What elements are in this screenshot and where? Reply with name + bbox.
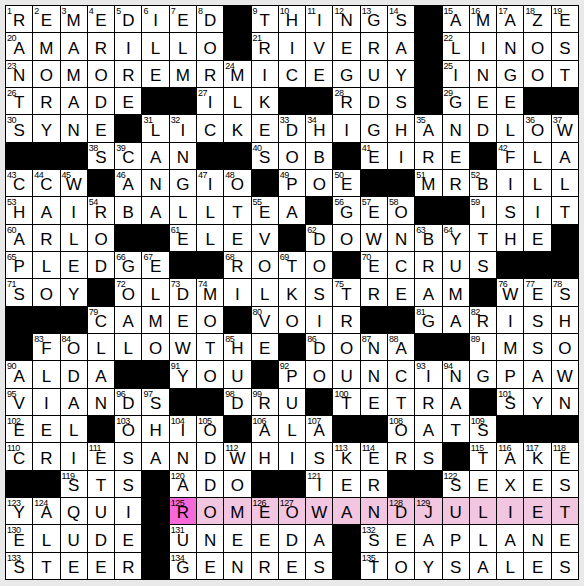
grid-cell-r7c20[interactable]: L (524, 170, 550, 196)
grid-cell-r13c6[interactable]: O (142, 334, 168, 360)
grid-cell-r12c10[interactable]: 80V (252, 307, 278, 333)
grid-cell-r4c5[interactable]: E (115, 88, 141, 114)
grid-cell-r13c7[interactable]: W (170, 334, 196, 360)
grid-cell-r5c4[interactable]: E (88, 115, 114, 141)
grid-cell-r5c21[interactable]: 37W (552, 115, 578, 141)
grid-cell-r1c21[interactable]: 19E (552, 6, 578, 32)
grid-cell-r7c17[interactable]: R (443, 170, 469, 196)
grid-cell-r8c13[interactable]: 56G (333, 197, 359, 223)
grid-cell-r7c6[interactable]: N (142, 170, 168, 196)
grid-cell-r7c13[interactable]: 50E (333, 170, 359, 196)
grid-cell-r18c20[interactable]: E (524, 471, 550, 497)
grid-cell-r12c8[interactable]: O (197, 307, 223, 333)
grid-cell-r1c5[interactable]: 5D (115, 6, 141, 32)
grid-cell-r21c16[interactable]: Y (415, 553, 441, 579)
grid-cell-r14c8[interactable]: O (197, 361, 223, 387)
grid-cell-r15c10[interactable]: 99R (252, 389, 278, 415)
grid-cell-r20c21[interactable]: E (552, 525, 578, 551)
grid-cell-r1c12[interactable]: 11I (306, 6, 332, 32)
grid-cell-r11c1[interactable]: 71S (6, 279, 32, 305)
grid-cell-r10c1[interactable]: 65P (6, 252, 32, 278)
grid-cell-r3c2[interactable]: O (33, 61, 59, 87)
grid-cell-r17c16[interactable]: S (415, 443, 441, 469)
grid-cell-r19c10[interactable]: 126E (252, 498, 278, 524)
grid-cell-r14c7[interactable]: 91Y (170, 361, 196, 387)
grid-cell-r9c10[interactable]: V (252, 225, 278, 251)
grid-cell-r5c17[interactable]: N (443, 115, 469, 141)
grid-cell-r6c7[interactable]: N (170, 143, 196, 169)
grid-cell-r14c4[interactable]: A (88, 361, 114, 387)
grid-cell-r17c6[interactable]: A (142, 443, 168, 469)
grid-cell-r10c17[interactable]: U (443, 252, 469, 278)
grid-cell-r9c1[interactable]: 60A (6, 225, 32, 251)
grid-cell-r12c6[interactable]: M (142, 307, 168, 333)
grid-cell-r11c13[interactable]: 75T (333, 279, 359, 305)
grid-cell-r13c9[interactable]: 85H (224, 334, 250, 360)
grid-cell-r20c7[interactable]: 131U (170, 525, 196, 551)
grid-cell-r21c2[interactable]: T (33, 553, 59, 579)
grid-cell-r11c12[interactable]: S (306, 279, 332, 305)
grid-cell-r16c8[interactable]: 105O (197, 416, 223, 442)
grid-cell-r8c1[interactable]: 53H (6, 197, 32, 223)
grid-cell-r20c3[interactable]: U (61, 525, 87, 551)
grid-cell-r14c2[interactable]: L (33, 361, 59, 387)
grid-cell-r17c18[interactable]: 115T (470, 443, 496, 469)
grid-cell-r16c5[interactable]: 103O (115, 416, 141, 442)
grid-cell-r9c8[interactable]: L (197, 225, 223, 251)
grid-cell-r15c21[interactable]: N (552, 389, 578, 415)
grid-cell-r21c10[interactable]: R (252, 553, 278, 579)
grid-cell-r21c8[interactable]: E (197, 553, 223, 579)
grid-cell-r12c16[interactable]: 81G (415, 307, 441, 333)
grid-cell-r11c9[interactable]: I (224, 279, 250, 305)
grid-cell-r4c3[interactable]: A (61, 88, 87, 114)
grid-cell-r5c10[interactable]: E (252, 115, 278, 141)
grid-cell-r7c1[interactable]: 43C (6, 170, 32, 196)
grid-cell-r18c13[interactable]: E (333, 471, 359, 497)
grid-cell-r8c11[interactable]: A (279, 197, 305, 223)
grid-cell-r15c19[interactable]: 101S (497, 389, 523, 415)
grid-cell-r14c15[interactable]: C (388, 361, 414, 387)
grid-cell-r9c9[interactable]: E (224, 225, 250, 251)
grid-cell-r7c12[interactable]: O (306, 170, 332, 196)
grid-cell-r9c16[interactable]: 63B (415, 225, 441, 251)
grid-cell-r18c8[interactable]: D (197, 471, 223, 497)
grid-cell-r14c16[interactable]: 93I (415, 361, 441, 387)
grid-cell-r1c3[interactable]: 3M (61, 6, 87, 32)
grid-cell-r1c6[interactable]: 6I (142, 6, 168, 32)
grid-cell-r21c1[interactable]: 133S (6, 553, 32, 579)
grid-cell-r6c19[interactable]: 42F (497, 143, 523, 169)
grid-cell-r20c5[interactable]: E (115, 525, 141, 551)
grid-cell-r3c15[interactable]: Y (388, 61, 414, 87)
grid-cell-r5c2[interactable]: Y (33, 115, 59, 141)
grid-cell-r10c5[interactable]: 66G (115, 252, 141, 278)
grid-cell-r14c3[interactable]: D (61, 361, 87, 387)
grid-cell-r7c2[interactable]: 44C (33, 170, 59, 196)
grid-cell-r17c7[interactable]: N (170, 443, 196, 469)
grid-cell-r6c10[interactable]: 40S (252, 143, 278, 169)
grid-cell-r5c13[interactable]: I (333, 115, 359, 141)
grid-cell-r8c3[interactable]: I (61, 197, 87, 223)
grid-cell-r4c18[interactable]: E (470, 88, 496, 114)
grid-cell-r7c5[interactable]: 46A (115, 170, 141, 196)
grid-cell-r19c17[interactable]: U (443, 498, 469, 524)
grid-cell-r18c4[interactable]: T (88, 471, 114, 497)
grid-cell-r13c20[interactable]: S (524, 334, 550, 360)
grid-cell-r20c10[interactable]: E (252, 525, 278, 551)
grid-cell-r21c3[interactable]: E (61, 553, 87, 579)
grid-cell-r6c4[interactable]: 38S (88, 143, 114, 169)
grid-cell-r15c4[interactable]: N (88, 389, 114, 415)
grid-cell-r4c8[interactable]: 27I (197, 88, 223, 114)
grid-cell-r19c3[interactable]: Q (61, 498, 87, 524)
grid-cell-r19c4[interactable]: U (88, 498, 114, 524)
grid-cell-r3c20[interactable]: O (524, 61, 550, 87)
grid-cell-r3c7[interactable]: M (170, 61, 196, 87)
grid-cell-r15c16[interactable]: R (415, 389, 441, 415)
grid-cell-r6c15[interactable]: I (388, 143, 414, 169)
grid-cell-r4c2[interactable]: R (33, 88, 59, 114)
grid-cell-r13c4[interactable]: L (88, 334, 114, 360)
grid-cell-r21c18[interactable]: A (470, 553, 496, 579)
grid-cell-r1c4[interactable]: 4E (88, 6, 114, 32)
grid-cell-r19c13[interactable]: A (333, 498, 359, 524)
grid-cell-r20c11[interactable]: D (279, 525, 305, 551)
grid-cell-r19c1[interactable]: 123Y (6, 498, 32, 524)
grid-cell-r2c1[interactable]: 20A (6, 33, 32, 59)
grid-cell-r17c13[interactable]: 113K (333, 443, 359, 469)
grid-cell-r8c8[interactable]: L (197, 197, 223, 223)
grid-cell-r4c13[interactable]: 28R (333, 88, 359, 114)
grid-cell-r7c16[interactable]: 51M (415, 170, 441, 196)
grid-cell-r2c12[interactable]: V (306, 33, 332, 59)
grid-cell-r13c3[interactable]: 84O (61, 334, 87, 360)
grid-cell-r8c6[interactable]: A (142, 197, 168, 223)
grid-cell-r18c14[interactable]: R (361, 471, 387, 497)
grid-cell-r5c1[interactable]: 30S (6, 115, 32, 141)
grid-cell-r14c18[interactable]: G (470, 361, 496, 387)
grid-cell-r13c19[interactable]: M (497, 334, 523, 360)
grid-cell-r12c19[interactable]: I (497, 307, 523, 333)
grid-cell-r5c18[interactable]: D (470, 115, 496, 141)
grid-cell-r11c2[interactable]: O (33, 279, 59, 305)
grid-cell-r8c14[interactable]: 57E (361, 197, 387, 223)
grid-cell-r17c1[interactable]: 110C (6, 443, 32, 469)
grid-cell-r5c19[interactable]: L (497, 115, 523, 141)
grid-cell-r9c17[interactable]: 64Y (443, 225, 469, 251)
grid-cell-r16c12[interactable]: 107A (306, 416, 332, 442)
grid-cell-r19c16[interactable]: 129J (415, 498, 441, 524)
grid-cell-r7c7[interactable]: G (170, 170, 196, 196)
grid-cell-r18c17[interactable]: 122S (443, 471, 469, 497)
grid-cell-r16c3[interactable]: L (61, 416, 87, 442)
grid-cell-r8c9[interactable]: T (224, 197, 250, 223)
grid-cell-r20c20[interactable]: N (524, 525, 550, 551)
grid-cell-r6c20[interactable]: L (524, 143, 550, 169)
grid-cell-r2c10[interactable]: 21R (252, 33, 278, 59)
grid-cell-r19c14[interactable]: N (361, 498, 387, 524)
grid-cell-r10c14[interactable]: 70E (361, 252, 387, 278)
grid-cell-r6c6[interactable]: A (142, 143, 168, 169)
grid-cell-r19c2[interactable]: 124A (33, 498, 59, 524)
grid-cell-r5c15[interactable]: H (388, 115, 414, 141)
grid-cell-r6c21[interactable]: A (552, 143, 578, 169)
grid-cell-r15c14[interactable]: E (361, 389, 387, 415)
grid-cell-r1c17[interactable]: 15A (443, 6, 469, 32)
grid-cell-r21c15[interactable]: O (388, 553, 414, 579)
grid-cell-r16c10[interactable]: 106A (252, 416, 278, 442)
grid-cell-r11c5[interactable]: 72O (115, 279, 141, 305)
grid-cell-r11c15[interactable]: E (388, 279, 414, 305)
grid-cell-r19c18[interactable]: L (470, 498, 496, 524)
grid-cell-r2c13[interactable]: E (333, 33, 359, 59)
grid-cell-r2c20[interactable]: O (524, 33, 550, 59)
grid-cell-r1c13[interactable]: 12N (333, 6, 359, 32)
grid-cell-r13c13[interactable]: O (333, 334, 359, 360)
grid-cell-r21c11[interactable]: E (279, 553, 305, 579)
grid-cell-r16c15[interactable]: 108O (388, 416, 414, 442)
grid-cell-r20c9[interactable]: E (224, 525, 250, 551)
grid-cell-r7c8[interactable]: 47I (197, 170, 223, 196)
grid-cell-r3c1[interactable]: 23N (6, 61, 32, 87)
grid-cell-r17c15[interactable]: R (388, 443, 414, 469)
grid-cell-r17c14[interactable]: 114E (361, 443, 387, 469)
grid-cell-r9c14[interactable]: W (361, 225, 387, 251)
grid-cell-r16c6[interactable]: H (142, 416, 168, 442)
grid-cell-r17c8[interactable]: D (197, 443, 223, 469)
grid-cell-r15c11[interactable]: U (279, 389, 305, 415)
grid-cell-r13c14[interactable]: 87N (361, 334, 387, 360)
grid-cell-r5c20[interactable]: 36O (524, 115, 550, 141)
grid-cell-r21c17[interactable]: S (443, 553, 469, 579)
grid-cell-r15c20[interactable]: Y (524, 389, 550, 415)
grid-cell-r19c19[interactable]: I (497, 498, 523, 524)
grid-cell-r15c2[interactable]: I (33, 389, 59, 415)
grid-cell-r16c18[interactable]: 109S (470, 416, 496, 442)
grid-cell-r14c12[interactable]: O (306, 361, 332, 387)
grid-cell-r19c21[interactable]: T (552, 498, 578, 524)
grid-cell-r13c10[interactable]: E (252, 334, 278, 360)
grid-cell-r3c19[interactable]: G (497, 61, 523, 87)
grid-cell-r18c7[interactable]: 120A (170, 471, 196, 497)
grid-cell-r2c2[interactable]: M (33, 33, 59, 59)
grid-cell-r12c11[interactable]: O (279, 307, 305, 333)
grid-cell-r10c15[interactable]: C (388, 252, 414, 278)
grid-cell-r12c4[interactable]: 79C (88, 307, 114, 333)
grid-cell-r6c11[interactable]: O (279, 143, 305, 169)
grid-cell-r2c21[interactable]: S (552, 33, 578, 59)
grid-cell-r18c12[interactable]: 121I (306, 471, 332, 497)
grid-cell-r20c14[interactable]: 132S (361, 525, 387, 551)
grid-cell-r11c10[interactable]: L (252, 279, 278, 305)
grid-cell-r15c13[interactable]: 100T (333, 389, 359, 415)
grid-cell-r16c17[interactable]: T (443, 416, 469, 442)
grid-cell-r7c3[interactable]: 45W (61, 170, 87, 196)
grid-cell-r8c4[interactable]: 54R (88, 197, 114, 223)
grid-cell-r3c12[interactable]: E (306, 61, 332, 87)
grid-cell-r19c15[interactable]: 128D (388, 498, 414, 524)
grid-cell-r21c9[interactable]: N (224, 553, 250, 579)
grid-cell-r5c6[interactable]: 31L (142, 115, 168, 141)
grid-cell-r21c12[interactable]: S (306, 553, 332, 579)
grid-cell-r19c11[interactable]: 127O (279, 498, 305, 524)
grid-cell-r3c17[interactable]: 25I (443, 61, 469, 87)
grid-cell-r17c12[interactable]: S (306, 443, 332, 469)
grid-cell-r3c5[interactable]: R (115, 61, 141, 87)
grid-cell-r14c21[interactable]: W (552, 361, 578, 387)
grid-cell-r1c1[interactable]: 1R (6, 6, 32, 32)
grid-cell-r14c17[interactable]: 94N (443, 361, 469, 387)
grid-cell-r11c11[interactable]: K (279, 279, 305, 305)
grid-cell-r19c12[interactable]: W (306, 498, 332, 524)
grid-cell-r4c1[interactable]: 26T (6, 88, 32, 114)
grid-cell-r17c20[interactable]: 117K (524, 443, 550, 469)
grid-cell-r11c19[interactable]: 76W (497, 279, 523, 305)
grid-cell-r3c21[interactable]: T (552, 61, 578, 87)
grid-cell-r21c14[interactable]: 135T (361, 553, 387, 579)
grid-cell-r10c18[interactable]: S (470, 252, 496, 278)
grid-cell-r7c18[interactable]: 52B (470, 170, 496, 196)
grid-cell-r17c19[interactable]: 116A (497, 443, 523, 469)
grid-cell-r19c20[interactable]: E (524, 498, 550, 524)
grid-cell-r9c18[interactable]: T (470, 225, 496, 251)
grid-cell-r12c12[interactable]: I (306, 307, 332, 333)
grid-cell-r18c3[interactable]: 119S (61, 471, 87, 497)
grid-cell-r15c1[interactable]: 95V (6, 389, 32, 415)
grid-cell-r2c14[interactable]: R (361, 33, 387, 59)
grid-cell-r16c1[interactable]: 102E (6, 416, 32, 442)
grid-cell-r8c20[interactable]: I (524, 197, 550, 223)
grid-cell-r4c19[interactable]: E (497, 88, 523, 114)
grid-cell-r5c8[interactable]: C (197, 115, 223, 141)
grid-cell-r21c19[interactable]: L (497, 553, 523, 579)
grid-cell-r11c21[interactable]: 78S (552, 279, 578, 305)
grid-cell-r14c1[interactable]: 90A (6, 361, 32, 387)
grid-cell-r11c6[interactable]: L (142, 279, 168, 305)
grid-cell-r5c7[interactable]: 32I (170, 115, 196, 141)
grid-cell-r19c5[interactable]: I (115, 498, 141, 524)
grid-cell-r5c3[interactable]: N (61, 115, 87, 141)
grid-cell-r12c7[interactable]: E (170, 307, 196, 333)
grid-cell-r17c5[interactable]: S (115, 443, 141, 469)
grid-cell-r14c19[interactable]: P (497, 361, 523, 387)
grid-cell-r14c14[interactable]: N (361, 361, 387, 387)
grid-cell-r13c21[interactable]: O (552, 334, 578, 360)
grid-cell-r10c11[interactable]: 69T (279, 252, 305, 278)
grid-cell-r2c19[interactable]: N (497, 33, 523, 59)
grid-cell-r20c17[interactable]: P (443, 525, 469, 551)
grid-cell-r3c13[interactable]: G (333, 61, 359, 87)
grid-cell-r8c21[interactable]: T (552, 197, 578, 223)
grid-cell-r18c9[interactable]: O (224, 471, 250, 497)
grid-cell-r10c12[interactable]: O (306, 252, 332, 278)
grid-cell-r14c11[interactable]: 92P (279, 361, 305, 387)
grid-cell-r7c11[interactable]: 49P (279, 170, 305, 196)
grid-cell-r1c10[interactable]: 9T (252, 6, 278, 32)
grid-cell-r20c8[interactable]: N (197, 525, 223, 551)
grid-cell-r5c11[interactable]: 33D (279, 115, 305, 141)
grid-cell-r20c18[interactable]: L (470, 525, 496, 551)
grid-cell-r15c17[interactable]: A (443, 389, 469, 415)
grid-cell-r6c17[interactable]: E (443, 143, 469, 169)
grid-cell-r18c21[interactable]: S (552, 471, 578, 497)
grid-cell-r18c5[interactable]: S (115, 471, 141, 497)
grid-cell-r2c7[interactable]: L (170, 33, 196, 59)
grid-cell-r4c9[interactable]: L (224, 88, 250, 114)
grid-cell-r16c16[interactable]: A (415, 416, 441, 442)
grid-cell-r9c2[interactable]: R (33, 225, 59, 251)
grid-cell-r9c3[interactable]: L (61, 225, 87, 251)
grid-cell-r21c7[interactable]: 134G (170, 553, 196, 579)
grid-cell-r2c5[interactable]: I (115, 33, 141, 59)
grid-cell-r20c16[interactable]: A (415, 525, 441, 551)
grid-cell-r16c2[interactable]: E (33, 416, 59, 442)
grid-cell-r18c19[interactable]: X (497, 471, 523, 497)
grid-cell-r4c4[interactable]: D (88, 88, 114, 114)
grid-cell-r17c21[interactable]: 118E (552, 443, 578, 469)
grid-cell-r14c13[interactable]: U (333, 361, 359, 387)
grid-cell-r12c20[interactable]: S (524, 307, 550, 333)
grid-cell-r8c10[interactable]: 55E (252, 197, 278, 223)
grid-cell-r17c4[interactable]: 111E (88, 443, 114, 469)
grid-cell-r11c14[interactable]: R (361, 279, 387, 305)
grid-cell-r1c14[interactable]: 13G (361, 6, 387, 32)
grid-cell-r3c6[interactable]: E (142, 61, 168, 87)
grid-cell-r13c2[interactable]: 83F (33, 334, 59, 360)
grid-cell-r2c8[interactable]: O (197, 33, 223, 59)
grid-cell-r6c5[interactable]: 39C (115, 143, 141, 169)
grid-cell-r3c9[interactable]: 24M (224, 61, 250, 87)
grid-cell-r21c20[interactable]: E (524, 553, 550, 579)
grid-cell-r8c19[interactable]: S (497, 197, 523, 223)
grid-cell-r8c18[interactable]: 59I (470, 197, 496, 223)
grid-cell-r7c9[interactable]: 48O (224, 170, 250, 196)
grid-cell-r11c7[interactable]: 73D (170, 279, 196, 305)
grid-cell-r10c3[interactable]: E (61, 252, 87, 278)
grid-cell-r10c2[interactable]: L (33, 252, 59, 278)
grid-cell-r8c15[interactable]: 58O (388, 197, 414, 223)
grid-cell-r15c5[interactable]: 96D (115, 389, 141, 415)
grid-cell-r1c18[interactable]: 16M (470, 6, 496, 32)
grid-cell-r8c7[interactable]: L (170, 197, 196, 223)
grid-cell-r9c7[interactable]: 61E (170, 225, 196, 251)
grid-cell-r19c9[interactable]: M (224, 498, 250, 524)
grid-cell-r9c12[interactable]: 62D (306, 225, 332, 251)
grid-cell-r13c12[interactable]: 86D (306, 334, 332, 360)
grid-cell-r19c8[interactable]: O (197, 498, 223, 524)
grid-cell-r20c12[interactable]: A (306, 525, 332, 551)
grid-cell-r13c8[interactable]: T (197, 334, 223, 360)
grid-cell-r11c17[interactable]: M (443, 279, 469, 305)
grid-cell-r20c19[interactable]: A (497, 525, 523, 551)
grid-cell-r9c20[interactable]: E (524, 225, 550, 251)
grid-cell-r1c11[interactable]: 10H (279, 6, 305, 32)
grid-cell-r14c9[interactable]: U (224, 361, 250, 387)
grid-cell-r10c6[interactable]: 67E (142, 252, 168, 278)
grid-cell-r5c14[interactable]: G (361, 115, 387, 141)
grid-cell-r2c11[interactable]: I (279, 33, 305, 59)
grid-cell-r21c21[interactable]: S (552, 553, 578, 579)
grid-cell-r15c9[interactable]: 98D (224, 389, 250, 415)
grid-cell-r10c10[interactable]: O (252, 252, 278, 278)
grid-cell-r8c5[interactable]: B (115, 197, 141, 223)
grid-cell-r15c6[interactable]: 97S (142, 389, 168, 415)
grid-cell-r15c3[interactable]: A (61, 389, 87, 415)
grid-cell-r5c12[interactable]: 34H (306, 115, 332, 141)
grid-cell-r1c15[interactable]: 14S (388, 6, 414, 32)
grid-cell-r9c13[interactable]: O (333, 225, 359, 251)
